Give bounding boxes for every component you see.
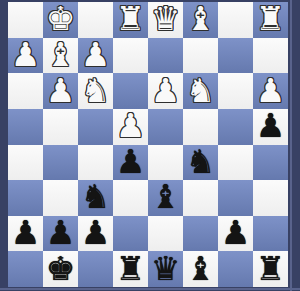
white-knight: ♞ xyxy=(186,74,216,107)
square-b7[interactable]: ♟ xyxy=(218,216,253,252)
square-d7[interactable] xyxy=(148,216,183,252)
black-pawn: ♟ xyxy=(221,216,251,249)
square-h2[interactable]: ♟ xyxy=(8,38,43,74)
square-e3[interactable] xyxy=(113,73,148,109)
square-a5[interactable] xyxy=(253,145,288,181)
black-rook: ♜ xyxy=(256,252,286,285)
white-king: ♚ xyxy=(46,2,76,35)
square-b4[interactable] xyxy=(218,109,253,145)
white-bishop: ♝ xyxy=(186,2,216,35)
square-e4[interactable]: ♟ xyxy=(113,109,148,145)
square-c2[interactable] xyxy=(183,38,218,74)
square-g2[interactable]: ♝ xyxy=(43,38,78,74)
square-g3[interactable]: ♟ xyxy=(43,73,78,109)
square-c6[interactable] xyxy=(183,180,218,216)
white-pawn: ♟ xyxy=(116,109,146,142)
square-a2[interactable] xyxy=(253,38,288,74)
frame-groove-bottom xyxy=(0,288,300,290)
square-e8[interactable]: ♜ xyxy=(113,251,148,287)
square-b2[interactable] xyxy=(218,38,253,74)
square-d2[interactable] xyxy=(148,38,183,74)
black-pawn: ♟ xyxy=(256,109,286,142)
black-king: ♚ xyxy=(46,252,76,285)
black-knight: ♞ xyxy=(186,145,216,178)
square-b6[interactable] xyxy=(218,180,253,216)
square-b8[interactable] xyxy=(218,251,253,287)
white-pawn: ♟ xyxy=(256,74,286,107)
square-h5[interactable] xyxy=(8,145,43,181)
black-knight: ♞ xyxy=(81,180,111,213)
white-knight: ♞ xyxy=(81,74,111,107)
square-f5[interactable] xyxy=(78,145,113,181)
square-c8[interactable]: ♝ xyxy=(183,251,218,287)
square-b5[interactable] xyxy=(218,145,253,181)
square-c4[interactable] xyxy=(183,109,218,145)
square-d4[interactable] xyxy=(148,109,183,145)
square-e6[interactable] xyxy=(113,180,148,216)
black-bishop: ♝ xyxy=(186,252,216,285)
square-c7[interactable] xyxy=(183,216,218,252)
square-f2[interactable]: ♟ xyxy=(78,38,113,74)
black-pawn: ♟ xyxy=(116,145,146,178)
black-queen: ♛ xyxy=(151,252,181,285)
square-f1[interactable] xyxy=(78,2,113,38)
square-f7[interactable]: ♟ xyxy=(78,216,113,252)
chessboard-frame: ♚♜♛♝♜♟♝♟♟♞♟♞♟♟♟♟♞♞♝♟♟♟♟♚♜♛♝♜ xyxy=(0,0,300,291)
white-rook: ♜ xyxy=(256,2,286,35)
square-a4[interactable]: ♟ xyxy=(253,109,288,145)
square-d3[interactable]: ♟ xyxy=(148,73,183,109)
square-a7[interactable] xyxy=(253,216,288,252)
white-pawn: ♟ xyxy=(46,74,76,107)
square-e5[interactable]: ♟ xyxy=(113,145,148,181)
white-rook: ♜ xyxy=(116,2,146,35)
square-b1[interactable] xyxy=(218,2,253,38)
white-queen: ♛ xyxy=(151,2,181,35)
square-h1[interactable] xyxy=(8,2,43,38)
square-a8[interactable]: ♜ xyxy=(253,251,288,287)
square-g6[interactable] xyxy=(43,180,78,216)
square-d5[interactable] xyxy=(148,145,183,181)
square-g1[interactable]: ♚ xyxy=(43,2,78,38)
square-d8[interactable]: ♛ xyxy=(148,251,183,287)
square-f4[interactable] xyxy=(78,109,113,145)
black-pawn: ♟ xyxy=(46,216,76,249)
square-h6[interactable] xyxy=(8,180,43,216)
white-pawn: ♟ xyxy=(151,74,181,107)
square-h4[interactable] xyxy=(8,109,43,145)
square-g8[interactable]: ♚ xyxy=(43,251,78,287)
white-pawn: ♟ xyxy=(11,38,41,71)
black-pawn: ♟ xyxy=(11,216,41,249)
square-h8[interactable] xyxy=(8,251,43,287)
white-bishop: ♝ xyxy=(46,38,76,71)
square-e7[interactable] xyxy=(113,216,148,252)
white-pawn: ♟ xyxy=(81,38,111,71)
square-g4[interactable] xyxy=(43,109,78,145)
black-bishop: ♝ xyxy=(151,180,181,213)
square-f3[interactable]: ♞ xyxy=(78,73,113,109)
square-e2[interactable] xyxy=(113,38,148,74)
square-e1[interactable]: ♜ xyxy=(113,2,148,38)
square-g7[interactable]: ♟ xyxy=(43,216,78,252)
square-a3[interactable]: ♟ xyxy=(253,73,288,109)
square-c5[interactable]: ♞ xyxy=(183,145,218,181)
square-c1[interactable]: ♝ xyxy=(183,2,218,38)
square-a6[interactable] xyxy=(253,180,288,216)
square-a1[interactable]: ♜ xyxy=(253,2,288,38)
square-c3[interactable]: ♞ xyxy=(183,73,218,109)
black-rook: ♜ xyxy=(116,252,146,285)
square-b3[interactable] xyxy=(218,73,253,109)
black-pawn: ♟ xyxy=(81,216,111,249)
square-h3[interactable] xyxy=(8,73,43,109)
square-h7[interactable]: ♟ xyxy=(8,216,43,252)
square-g5[interactable] xyxy=(43,145,78,181)
square-d1[interactable]: ♛ xyxy=(148,2,183,38)
frame-groove-right xyxy=(290,0,292,291)
square-d6[interactable]: ♝ xyxy=(148,180,183,216)
square-f6[interactable]: ♞ xyxy=(78,180,113,216)
square-f8[interactable] xyxy=(78,251,113,287)
chess-board: ♚♜♛♝♜♟♝♟♟♞♟♞♟♟♟♟♞♞♝♟♟♟♟♚♜♛♝♜ xyxy=(8,2,288,287)
